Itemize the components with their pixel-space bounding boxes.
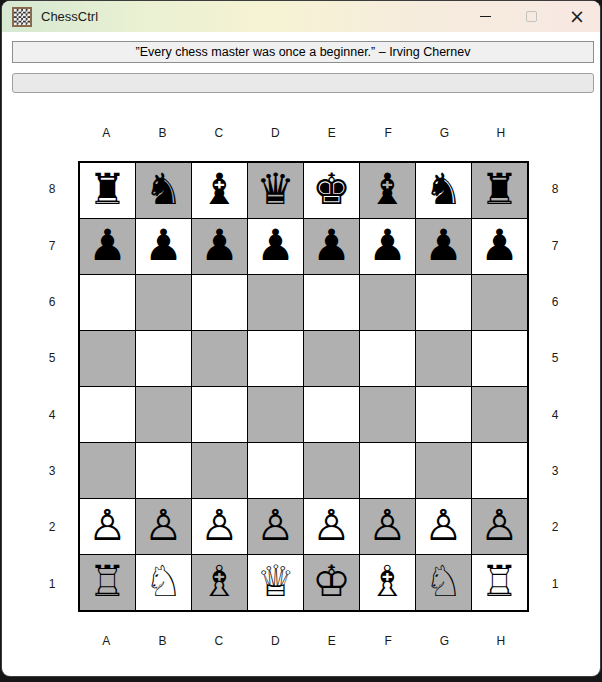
white-pawn-piece: ♙ [200, 504, 239, 547]
square-d8[interactable]: ♛ [248, 163, 303, 218]
coord-label-4: 4 [541, 387, 569, 443]
square-c5[interactable] [192, 331, 247, 386]
square-b2[interactable]: ♙ [136, 499, 191, 554]
square-c2[interactable]: ♙ [192, 499, 247, 554]
coord-label-f: F [360, 633, 416, 649]
square-h6[interactable] [472, 275, 527, 330]
black-pawn-piece: ♟ [424, 224, 463, 267]
square-h7[interactable]: ♟ [472, 219, 527, 274]
square-c1[interactable]: ♗ [192, 555, 247, 610]
square-c4[interactable] [192, 387, 247, 442]
white-pawn-piece: ♙ [424, 504, 463, 547]
square-f7[interactable]: ♟ [360, 219, 415, 274]
coord-label-3: 3 [38, 443, 66, 499]
coord-label-1: 1 [38, 556, 66, 612]
square-e6[interactable] [304, 275, 359, 330]
square-e4[interactable] [304, 387, 359, 442]
coord-label-7: 7 [541, 217, 569, 273]
square-a7[interactable]: ♟ [80, 219, 135, 274]
white-rook-piece: ♖ [88, 560, 127, 603]
coord-label-8: 8 [38, 161, 66, 217]
coord-label-g: G [416, 125, 472, 141]
close-icon: × [569, 7, 585, 26]
coord-label-4: 4 [38, 387, 66, 443]
coord-label-d: D [247, 633, 303, 649]
square-f6[interactable] [360, 275, 415, 330]
coord-label-h: H [473, 633, 529, 649]
progress-bar [12, 73, 594, 93]
coord-label-3: 3 [541, 443, 569, 499]
square-b7[interactable]: ♟ [136, 219, 191, 274]
black-bishop-piece: ♝ [200, 168, 239, 211]
square-f5[interactable] [360, 331, 415, 386]
coord-label-b: B [134, 633, 190, 649]
quote-text: ”Every chess master was once a beginner.… [136, 45, 471, 59]
square-g2[interactable]: ♙ [416, 499, 471, 554]
white-pawn-piece: ♙ [312, 504, 351, 547]
square-f3[interactable] [360, 443, 415, 498]
maximize-button[interactable] [508, 1, 554, 32]
coord-label-g: G [416, 633, 472, 649]
square-b1[interactable]: ♘ [136, 555, 191, 610]
square-e1[interactable]: ♔ [304, 555, 359, 610]
window-title: ChessCtrl [41, 9, 98, 24]
coord-label-h: H [473, 125, 529, 141]
black-knight-piece: ♞ [424, 168, 463, 211]
white-knight-piece: ♘ [144, 560, 183, 603]
square-b6[interactable] [136, 275, 191, 330]
black-rook-piece: ♜ [480, 168, 519, 211]
title-bar[interactable]: ChessCtrl × [2, 1, 600, 32]
coord-label-2: 2 [541, 499, 569, 555]
maximize-icon [526, 11, 537, 22]
square-d7[interactable]: ♟ [248, 219, 303, 274]
coord-label-6: 6 [541, 274, 569, 330]
minimize-icon [480, 16, 491, 17]
coord-label-f: F [360, 125, 416, 141]
black-pawn-piece: ♟ [256, 224, 295, 267]
white-knight-piece: ♘ [424, 560, 463, 603]
square-e3[interactable] [304, 443, 359, 498]
square-h1[interactable]: ♖ [472, 555, 527, 610]
coord-label-d: D [247, 125, 303, 141]
white-bishop-piece: ♗ [200, 560, 239, 603]
square-d5[interactable] [248, 331, 303, 386]
black-pawn-piece: ♟ [480, 224, 519, 267]
coord-label-e: E [304, 125, 360, 141]
coord-label-2: 2 [38, 499, 66, 555]
coord-label-b: B [134, 125, 190, 141]
white-pawn-piece: ♙ [256, 504, 295, 547]
square-e2[interactable]: ♙ [304, 499, 359, 554]
coord-label-5: 5 [38, 330, 66, 386]
square-g8[interactable]: ♞ [416, 163, 471, 218]
square-h5[interactable] [472, 331, 527, 386]
white-pawn-piece: ♙ [368, 504, 407, 547]
black-king-piece: ♚ [312, 168, 351, 211]
white-king-piece: ♔ [312, 560, 351, 603]
square-h8[interactable]: ♜ [472, 163, 527, 218]
board: ♜♞♝♛♚♝♞♜♟♟♟♟♟♟♟♟♙♙♙♙♙♙♙♙♖♘♗♕♔♗♘♖ [78, 161, 529, 612]
coord-label-8: 8 [541, 161, 569, 217]
black-rook-piece: ♜ [88, 168, 127, 211]
black-pawn-piece: ♟ [144, 224, 183, 267]
square-a1[interactable]: ♖ [80, 555, 135, 610]
coord-label-6: 6 [38, 274, 66, 330]
black-pawn-piece: ♟ [368, 224, 407, 267]
square-f4[interactable] [360, 387, 415, 442]
square-h4[interactable] [472, 387, 527, 442]
square-f2[interactable]: ♙ [360, 499, 415, 554]
square-g1[interactable]: ♘ [416, 555, 471, 610]
square-g4[interactable] [416, 387, 471, 442]
coord-label-c: C [191, 633, 247, 649]
square-a6[interactable] [80, 275, 135, 330]
square-d4[interactable] [248, 387, 303, 442]
square-c3[interactable] [192, 443, 247, 498]
square-g5[interactable] [416, 331, 471, 386]
black-queen-piece: ♛ [256, 168, 295, 211]
square-b4[interactable] [136, 387, 191, 442]
square-a8[interactable]: ♜ [80, 163, 135, 218]
square-d2[interactable]: ♙ [248, 499, 303, 554]
coord-label-a: A [78, 125, 134, 141]
black-bishop-piece: ♝ [368, 168, 407, 211]
black-knight-piece: ♞ [144, 168, 183, 211]
square-f1[interactable]: ♗ [360, 555, 415, 610]
white-queen-piece: ♕ [256, 560, 295, 603]
window-controls: × [462, 1, 600, 32]
chessctrl-window: ChessCtrl × ”Every chess master was once… [2, 1, 600, 676]
square-a5[interactable] [80, 331, 135, 386]
white-pawn-piece: ♙ [88, 504, 127, 547]
square-d3[interactable] [248, 443, 303, 498]
chessboard-icon [12, 7, 32, 27]
square-e8[interactable]: ♚ [304, 163, 359, 218]
square-d1[interactable]: ♕ [248, 555, 303, 610]
coord-label-1: 1 [541, 556, 569, 612]
black-pawn-piece: ♟ [200, 224, 239, 267]
coord-label-a: A [78, 633, 134, 649]
square-e7[interactable]: ♟ [304, 219, 359, 274]
square-h2[interactable]: ♙ [472, 499, 527, 554]
square-c8[interactable]: ♝ [192, 163, 247, 218]
square-a3[interactable] [80, 443, 135, 498]
file-labels-bottom: ABCDEFGH [78, 633, 529, 649]
square-c7[interactable]: ♟ [192, 219, 247, 274]
square-g7[interactable]: ♟ [416, 219, 471, 274]
white-rook-piece: ♖ [480, 560, 519, 603]
square-a2[interactable]: ♙ [80, 499, 135, 554]
rank-labels-right: 87654321 [541, 161, 569, 612]
white-pawn-piece: ♙ [480, 504, 519, 547]
coord-label-5: 5 [541, 330, 569, 386]
file-labels-top: ABCDEFGH [78, 125, 529, 141]
square-b3[interactable] [136, 443, 191, 498]
white-bishop-piece: ♗ [368, 560, 407, 603]
square-f8[interactable]: ♝ [360, 163, 415, 218]
quote-bar: ”Every chess master was once a beginner.… [12, 41, 594, 63]
coord-label-e: E [304, 633, 360, 649]
square-b8[interactable]: ♞ [136, 163, 191, 218]
black-pawn-piece: ♟ [88, 224, 127, 267]
square-g6[interactable] [416, 275, 471, 330]
black-pawn-piece: ♟ [312, 224, 351, 267]
white-pawn-piece: ♙ [144, 504, 183, 547]
minimize-button[interactable] [462, 1, 508, 32]
coord-label-7: 7 [38, 217, 66, 273]
square-d6[interactable] [248, 275, 303, 330]
square-e5[interactable] [304, 331, 359, 386]
square-g3[interactable] [416, 443, 471, 498]
square-h3[interactable] [472, 443, 527, 498]
square-b5[interactable] [136, 331, 191, 386]
close-button[interactable]: × [554, 1, 600, 32]
square-c6[interactable] [192, 275, 247, 330]
square-a4[interactable] [80, 387, 135, 442]
coord-label-c: C [191, 125, 247, 141]
rank-labels-left: 87654321 [38, 161, 66, 612]
